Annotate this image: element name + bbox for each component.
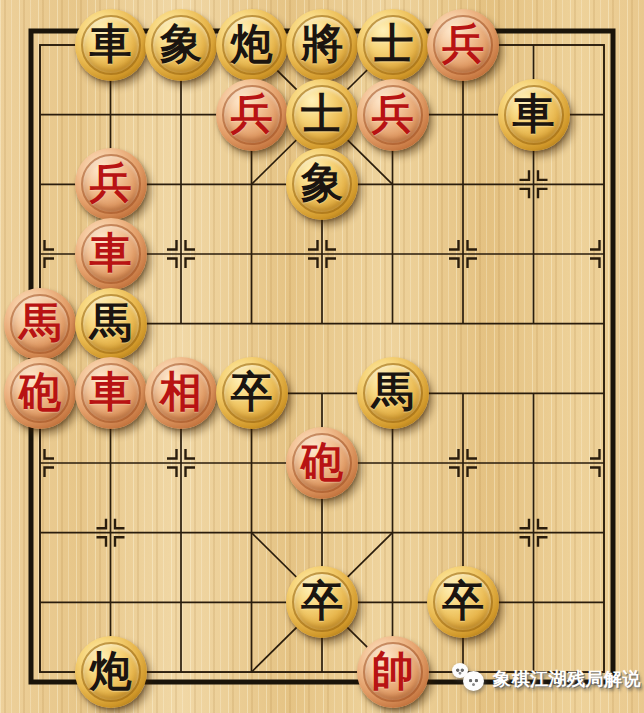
piece-black-cannon[interactable]: 炮 xyxy=(216,9,288,81)
piece-glyph: 象 xyxy=(160,23,202,65)
piece-red-soldier[interactable]: 兵 xyxy=(216,79,288,151)
piece-black-chariot[interactable]: 車 xyxy=(498,79,570,151)
piece-glyph: 車 xyxy=(90,232,132,274)
piece-glyph: 馬 xyxy=(90,302,132,344)
piece-red-elephant[interactable]: 相 xyxy=(145,357,217,429)
piece-black-cannon[interactable]: 炮 xyxy=(75,636,147,708)
piece-glyph: 車 xyxy=(513,93,555,135)
piece-black-horse[interactable]: 馬 xyxy=(357,357,429,429)
piece-glyph: 車 xyxy=(90,371,132,413)
piece-black-advisor[interactable]: 士 xyxy=(357,9,429,81)
piece-black-elephant[interactable]: 象 xyxy=(145,9,217,81)
piece-red-cannon[interactable]: 砲 xyxy=(4,357,76,429)
piece-red-soldier[interactable]: 兵 xyxy=(357,79,429,151)
piece-glyph: 炮 xyxy=(90,650,132,692)
piece-red-cannon[interactable]: 砲 xyxy=(286,427,358,499)
watermark: 象棋江湖残局解说 xyxy=(452,662,641,696)
piece-glyph: 將 xyxy=(301,23,343,65)
piece-glyph: 帥 xyxy=(372,650,414,692)
watermark-text: 象棋江湖残局解说 xyxy=(493,667,641,691)
piece-glyph: 兵 xyxy=(90,162,132,204)
piece-black-soldier[interactable]: 卒 xyxy=(286,566,358,638)
piece-red-chariot[interactable]: 車 xyxy=(75,357,147,429)
piece-glyph: 相 xyxy=(160,371,202,413)
piece-glyph: 兵 xyxy=(372,93,414,135)
piece-black-advisor[interactable]: 士 xyxy=(286,79,358,151)
piece-black-general[interactable]: 將 xyxy=(286,9,358,81)
piece-glyph: 象 xyxy=(301,162,343,204)
xiangqi-board: 車象炮將士兵兵士兵車兵象車馬馬砲車相卒馬砲卒卒炮帥 象棋江湖残局解说 xyxy=(0,0,644,713)
piece-glyph: 士 xyxy=(372,23,414,65)
piece-red-soldier[interactable]: 兵 xyxy=(75,148,147,220)
piece-glyph: 馬 xyxy=(372,371,414,413)
piece-black-horse[interactable]: 馬 xyxy=(75,288,147,360)
piece-glyph: 炮 xyxy=(231,23,273,65)
piece-black-soldier[interactable]: 卒 xyxy=(427,566,499,638)
piece-glyph: 卒 xyxy=(442,580,484,622)
piece-glyph: 砲 xyxy=(19,371,61,413)
piece-glyph: 馬 xyxy=(19,302,61,344)
piece-glyph: 車 xyxy=(90,23,132,65)
piece-black-elephant[interactable]: 象 xyxy=(286,148,358,220)
piece-red-soldier[interactable]: 兵 xyxy=(427,9,499,81)
piece-red-horse[interactable]: 馬 xyxy=(4,288,76,360)
piece-glyph: 士 xyxy=(301,93,343,135)
piece-black-soldier[interactable]: 卒 xyxy=(216,357,288,429)
pieces-layer: 車象炮將士兵兵士兵車兵象車馬馬砲車相卒馬砲卒卒炮帥 xyxy=(5,10,640,707)
piece-glyph: 砲 xyxy=(301,441,343,483)
piece-glyph: 卒 xyxy=(301,580,343,622)
piece-red-chariot[interactable]: 車 xyxy=(75,218,147,290)
piece-glyph: 兵 xyxy=(442,23,484,65)
chat-heads-icon xyxy=(452,663,486,695)
piece-black-chariot[interactable]: 車 xyxy=(75,9,147,81)
piece-glyph: 兵 xyxy=(231,93,273,135)
piece-glyph: 卒 xyxy=(231,371,273,413)
piece-red-general[interactable]: 帥 xyxy=(357,636,429,708)
